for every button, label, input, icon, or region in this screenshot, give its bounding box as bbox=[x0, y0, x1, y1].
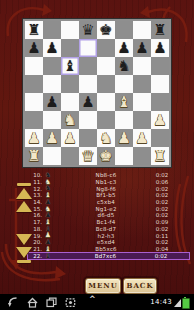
hide-bar-caret-icon[interactable]: ^ bbox=[89, 295, 96, 304]
move-text: Ng8-f6 bbox=[52, 186, 134, 192]
piece-black-king: ♚ bbox=[99, 23, 112, 38]
move-text: h2-h3 bbox=[52, 233, 134, 239]
square-f8[interactable] bbox=[115, 21, 133, 39]
move-text: Bd7xc6 bbox=[52, 253, 133, 259]
jump-to-end-icon-bar bbox=[17, 260, 31, 263]
square-d2[interactable] bbox=[79, 129, 97, 147]
piece-white-queen: ♛ bbox=[81, 149, 94, 164]
square-e1[interactable]: ♚ bbox=[97, 147, 115, 165]
square-c6[interactable]: ♝ bbox=[61, 57, 79, 75]
square-h5[interactable] bbox=[151, 75, 169, 93]
move-text: Nb1-c3 bbox=[52, 179, 134, 185]
square-a7[interactable]: ♟ bbox=[25, 39, 43, 57]
android-navigation-bar: ^ 14:43 bbox=[0, 294, 194, 310]
square-d1[interactable]: ♛ bbox=[79, 147, 97, 165]
back-button[interactable]: BACK bbox=[123, 278, 157, 294]
move-row[interactable]: 13.♝Bf1-b50:02 bbox=[28, 192, 190, 199]
square-d5[interactable] bbox=[79, 75, 97, 93]
move-time: 0:02 bbox=[134, 239, 190, 245]
piece-black-pawn: ♟ bbox=[45, 41, 58, 56]
move-row[interactable]: 11.♞Nb1-c30:06 bbox=[28, 179, 190, 186]
jump-to-end-button[interactable] bbox=[13, 247, 35, 263]
square-h8[interactable]: ♜ bbox=[151, 21, 169, 39]
square-b3[interactable] bbox=[43, 111, 61, 129]
square-b6[interactable] bbox=[43, 57, 61, 75]
move-text: c5xb4 bbox=[52, 199, 134, 205]
black-bishop-icon: ♝ bbox=[44, 253, 52, 260]
piece-white-pawn: ♟ bbox=[63, 131, 76, 146]
square-a2[interactable]: ♟ bbox=[25, 129, 43, 147]
move-time: 0:04 bbox=[134, 246, 190, 252]
square-c7[interactable] bbox=[61, 39, 79, 57]
move-text: e5xd4 bbox=[52, 239, 134, 245]
move-time: 0:02 bbox=[133, 253, 189, 259]
square-a3[interactable] bbox=[25, 111, 43, 129]
step-back-icon bbox=[16, 201, 32, 212]
piece-black-pawn: ♟ bbox=[45, 95, 58, 110]
square-e5[interactable] bbox=[97, 75, 115, 93]
move-row[interactable]: 19.♟h2-h30:11 bbox=[28, 232, 190, 239]
piece-white-bishop: ♝ bbox=[117, 95, 130, 110]
android-recent-apps-icon[interactable] bbox=[46, 297, 57, 308]
square-a8[interactable]: ♜ bbox=[25, 21, 43, 39]
square-g2[interactable]: ♟ bbox=[133, 129, 151, 147]
step-back-top-icon bbox=[16, 188, 32, 199]
screenshot-icon[interactable] bbox=[65, 297, 76, 308]
step-back-button[interactable] bbox=[13, 201, 35, 212]
move-row[interactable]: 12.♞Ng8-f60:02 bbox=[28, 185, 190, 192]
piece-white-knight: ♞ bbox=[63, 113, 76, 128]
move-row[interactable]: 10.♞Nb8-c60:02 bbox=[28, 172, 190, 179]
square-g6[interactable] bbox=[133, 57, 151, 75]
menu-button[interactable]: MENU bbox=[85, 278, 121, 294]
square-b2[interactable]: ♟ bbox=[43, 129, 61, 147]
square-d4[interactable]: ♟ bbox=[79, 93, 97, 111]
android-home-icon[interactable] bbox=[27, 297, 38, 308]
square-c1[interactable] bbox=[61, 147, 79, 165]
piece-black-bishop: ♝ bbox=[63, 59, 76, 74]
piece-black-queen: ♛ bbox=[81, 23, 94, 38]
piece-black-pawn: ♟ bbox=[153, 41, 166, 56]
square-d6[interactable] bbox=[79, 57, 97, 75]
piece-white-pawn: ♟ bbox=[135, 131, 148, 146]
square-f3[interactable] bbox=[115, 111, 133, 129]
square-h6[interactable] bbox=[151, 57, 169, 75]
chess-app-screen: ♜♛♚♜♟♟♟♟♟♝♞♟♟♝♞♟♟♟♟♞♟♟♜♛♚♜ 10.♞Nb8-c60:0… bbox=[0, 0, 194, 310]
square-e2[interactable]: ♞ bbox=[97, 129, 115, 147]
square-e6[interactable] bbox=[97, 57, 115, 75]
square-b1[interactable] bbox=[43, 147, 61, 165]
jump-to-end-icon bbox=[16, 247, 32, 258]
square-e7[interactable] bbox=[97, 39, 115, 57]
square-e8[interactable]: ♚ bbox=[97, 21, 115, 39]
square-c8[interactable] bbox=[61, 21, 79, 39]
square-a4[interactable] bbox=[25, 93, 43, 111]
square-g1[interactable] bbox=[133, 147, 151, 165]
move-time: 0:02 bbox=[134, 172, 190, 178]
android-back-icon[interactable] bbox=[8, 297, 19, 308]
piece-white-pawn: ♟ bbox=[45, 131, 58, 146]
piece-black-knight: ♞ bbox=[117, 59, 130, 74]
move-row[interactable]: 18.♝Bc8-d70:02 bbox=[28, 226, 190, 233]
move-time: 0:06 bbox=[134, 179, 190, 185]
square-f6[interactable]: ♞ bbox=[115, 57, 133, 75]
square-d3[interactable] bbox=[79, 111, 97, 129]
move-navigation bbox=[13, 183, 35, 263]
piece-black-rook: ♜ bbox=[27, 23, 40, 38]
step-forward-button[interactable] bbox=[13, 234, 35, 245]
piece-black-rook: ♜ bbox=[153, 23, 166, 38]
square-e3[interactable] bbox=[97, 111, 115, 129]
move-list: 10.♞Nb8-c60:0211.♞Nb1-c30:0612.♞Ng8-f60:… bbox=[28, 172, 190, 260]
move-time: 0:02 bbox=[134, 212, 190, 218]
status-clock: 14:43 bbox=[150, 298, 172, 306]
piece-black-pawn: ♟ bbox=[27, 41, 40, 56]
move-text: Bc1-f4 bbox=[52, 219, 134, 225]
square-g8[interactable] bbox=[133, 21, 151, 39]
square-h4[interactable] bbox=[151, 93, 169, 111]
square-f2[interactable]: ♟ bbox=[115, 129, 133, 147]
square-b7[interactable]: ♟ bbox=[43, 39, 61, 57]
square-a6[interactable] bbox=[25, 57, 43, 75]
square-g4[interactable] bbox=[133, 93, 151, 111]
move-row[interactable]: 17.♝Bc1-f40:09 bbox=[28, 219, 190, 226]
move-text: Bc8-d7 bbox=[52, 226, 134, 232]
move-row[interactable]: 15.♞Ng1-e20:02 bbox=[28, 205, 190, 212]
move-row[interactable]: 20.♟e5xd40:02 bbox=[28, 239, 190, 246]
piece-white-rook: ♜ bbox=[153, 149, 166, 164]
square-h1[interactable]: ♜ bbox=[151, 147, 169, 165]
square-e4[interactable] bbox=[97, 93, 115, 111]
square-f1[interactable] bbox=[115, 147, 133, 165]
piece-white-rook: ♜ bbox=[27, 149, 40, 164]
move-text: Nb8-c6 bbox=[52, 172, 134, 178]
move-row[interactable]: 16.♟d6-d50:02 bbox=[28, 212, 190, 219]
square-a5[interactable] bbox=[25, 75, 43, 93]
move-text: Bf1-b5 bbox=[52, 192, 134, 198]
square-c2[interactable]: ♟ bbox=[61, 129, 79, 147]
square-b5[interactable] bbox=[43, 75, 61, 93]
piece-white-king: ♚ bbox=[99, 149, 112, 164]
move-text: Bb5xc6 bbox=[52, 246, 134, 252]
square-c4[interactable] bbox=[61, 93, 79, 111]
chess-board: ♜♛♚♜♟♟♟♟♟♝♞♟♟♝♞♟♟♟♟♞♟♟♜♛♚♜ bbox=[23, 19, 171, 167]
move-text: d6-d5 bbox=[52, 212, 134, 218]
move-time: 0:02 bbox=[134, 206, 190, 212]
square-a1[interactable]: ♜ bbox=[25, 147, 43, 165]
signal-icon bbox=[174, 299, 181, 307]
square-c5[interactable] bbox=[61, 75, 79, 93]
move-time: 0:02 bbox=[134, 199, 190, 205]
piece-white-pawn: ♟ bbox=[153, 113, 166, 128]
square-g3[interactable] bbox=[133, 111, 151, 129]
move-time: 0:11 bbox=[134, 233, 190, 239]
square-c3[interactable]: ♞ bbox=[61, 111, 79, 129]
move-row[interactable]: 14.♟c5xb40:02 bbox=[28, 199, 190, 206]
square-f5[interactable] bbox=[115, 75, 133, 93]
square-b8[interactable] bbox=[43, 21, 61, 39]
jump-to-start-icon bbox=[17, 183, 31, 186]
move-row[interactable]: 21.♝Bb5xc60:04 bbox=[28, 246, 190, 253]
square-b4[interactable]: ♟ bbox=[43, 93, 61, 111]
square-f4[interactable]: ♝ bbox=[115, 93, 133, 111]
square-g5[interactable] bbox=[133, 75, 151, 93]
piece-white-knight: ♞ bbox=[99, 131, 112, 146]
move-time: 0:09 bbox=[134, 219, 190, 225]
piece-black-pawn: ♟ bbox=[135, 41, 148, 56]
move-time: 0:02 bbox=[134, 192, 190, 198]
piece-black-pawn: ♟ bbox=[81, 95, 94, 110]
move-time: 0:02 bbox=[134, 186, 190, 192]
piece-black-pawn: ♟ bbox=[117, 41, 130, 56]
move-row-selected[interactable]: 22.♝Bd7xc60:02 bbox=[27, 252, 190, 260]
battery-icon bbox=[182, 298, 190, 309]
square-h2[interactable] bbox=[151, 129, 169, 147]
piece-white-pawn: ♟ bbox=[27, 131, 40, 146]
square-d7[interactable] bbox=[79, 39, 97, 57]
move-time: 0:02 bbox=[134, 226, 190, 232]
square-d8[interactable]: ♛ bbox=[79, 21, 97, 39]
step-forward-icon bbox=[16, 234, 32, 245]
square-h3[interactable]: ♟ bbox=[151, 111, 169, 129]
square-f7[interactable]: ♟ bbox=[115, 39, 133, 57]
square-g7[interactable]: ♟ bbox=[133, 39, 151, 57]
move-text: Ng1-e2 bbox=[52, 206, 134, 212]
square-h7[interactable]: ♟ bbox=[151, 39, 169, 57]
jump-to-start-button[interactable] bbox=[13, 183, 35, 199]
move-number: 10. bbox=[28, 172, 44, 178]
piece-white-pawn: ♟ bbox=[117, 131, 130, 146]
